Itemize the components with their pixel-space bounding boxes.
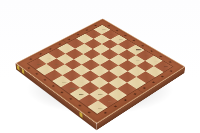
chess-set-photo: ♜♟♟♜♞♟♟♞♝♟♟♝♛♟♟♛♚♟♟♚♝♟♟♝♞♟♟♞♜♟♟♜ xyxy=(0,0,200,133)
black-pawn-piece[interactable]: ♟ xyxy=(149,53,160,74)
chessboard: ♜♟♟♜♞♟♟♞♝♟♟♝♛♟♟♛♚♟♟♚♝♟♟♝♞♟♟♞♜♟♟♜ xyxy=(16,18,186,123)
pieces-layer: ♜♟♟♜♞♟♟♞♝♟♟♝♛♟♟♛♚♟♟♚♝♟♟♝♞♟♟♞♜♟♟♜ xyxy=(16,18,186,123)
perspective-wrapper: ♜♟♟♜♞♟♟♞♝♟♟♝♛♟♟♛♚♟♟♚♝♟♟♝♞♟♟♞♜♟♟♜ xyxy=(0,0,200,133)
white-rook-piece[interactable]: ♜ xyxy=(91,83,104,110)
